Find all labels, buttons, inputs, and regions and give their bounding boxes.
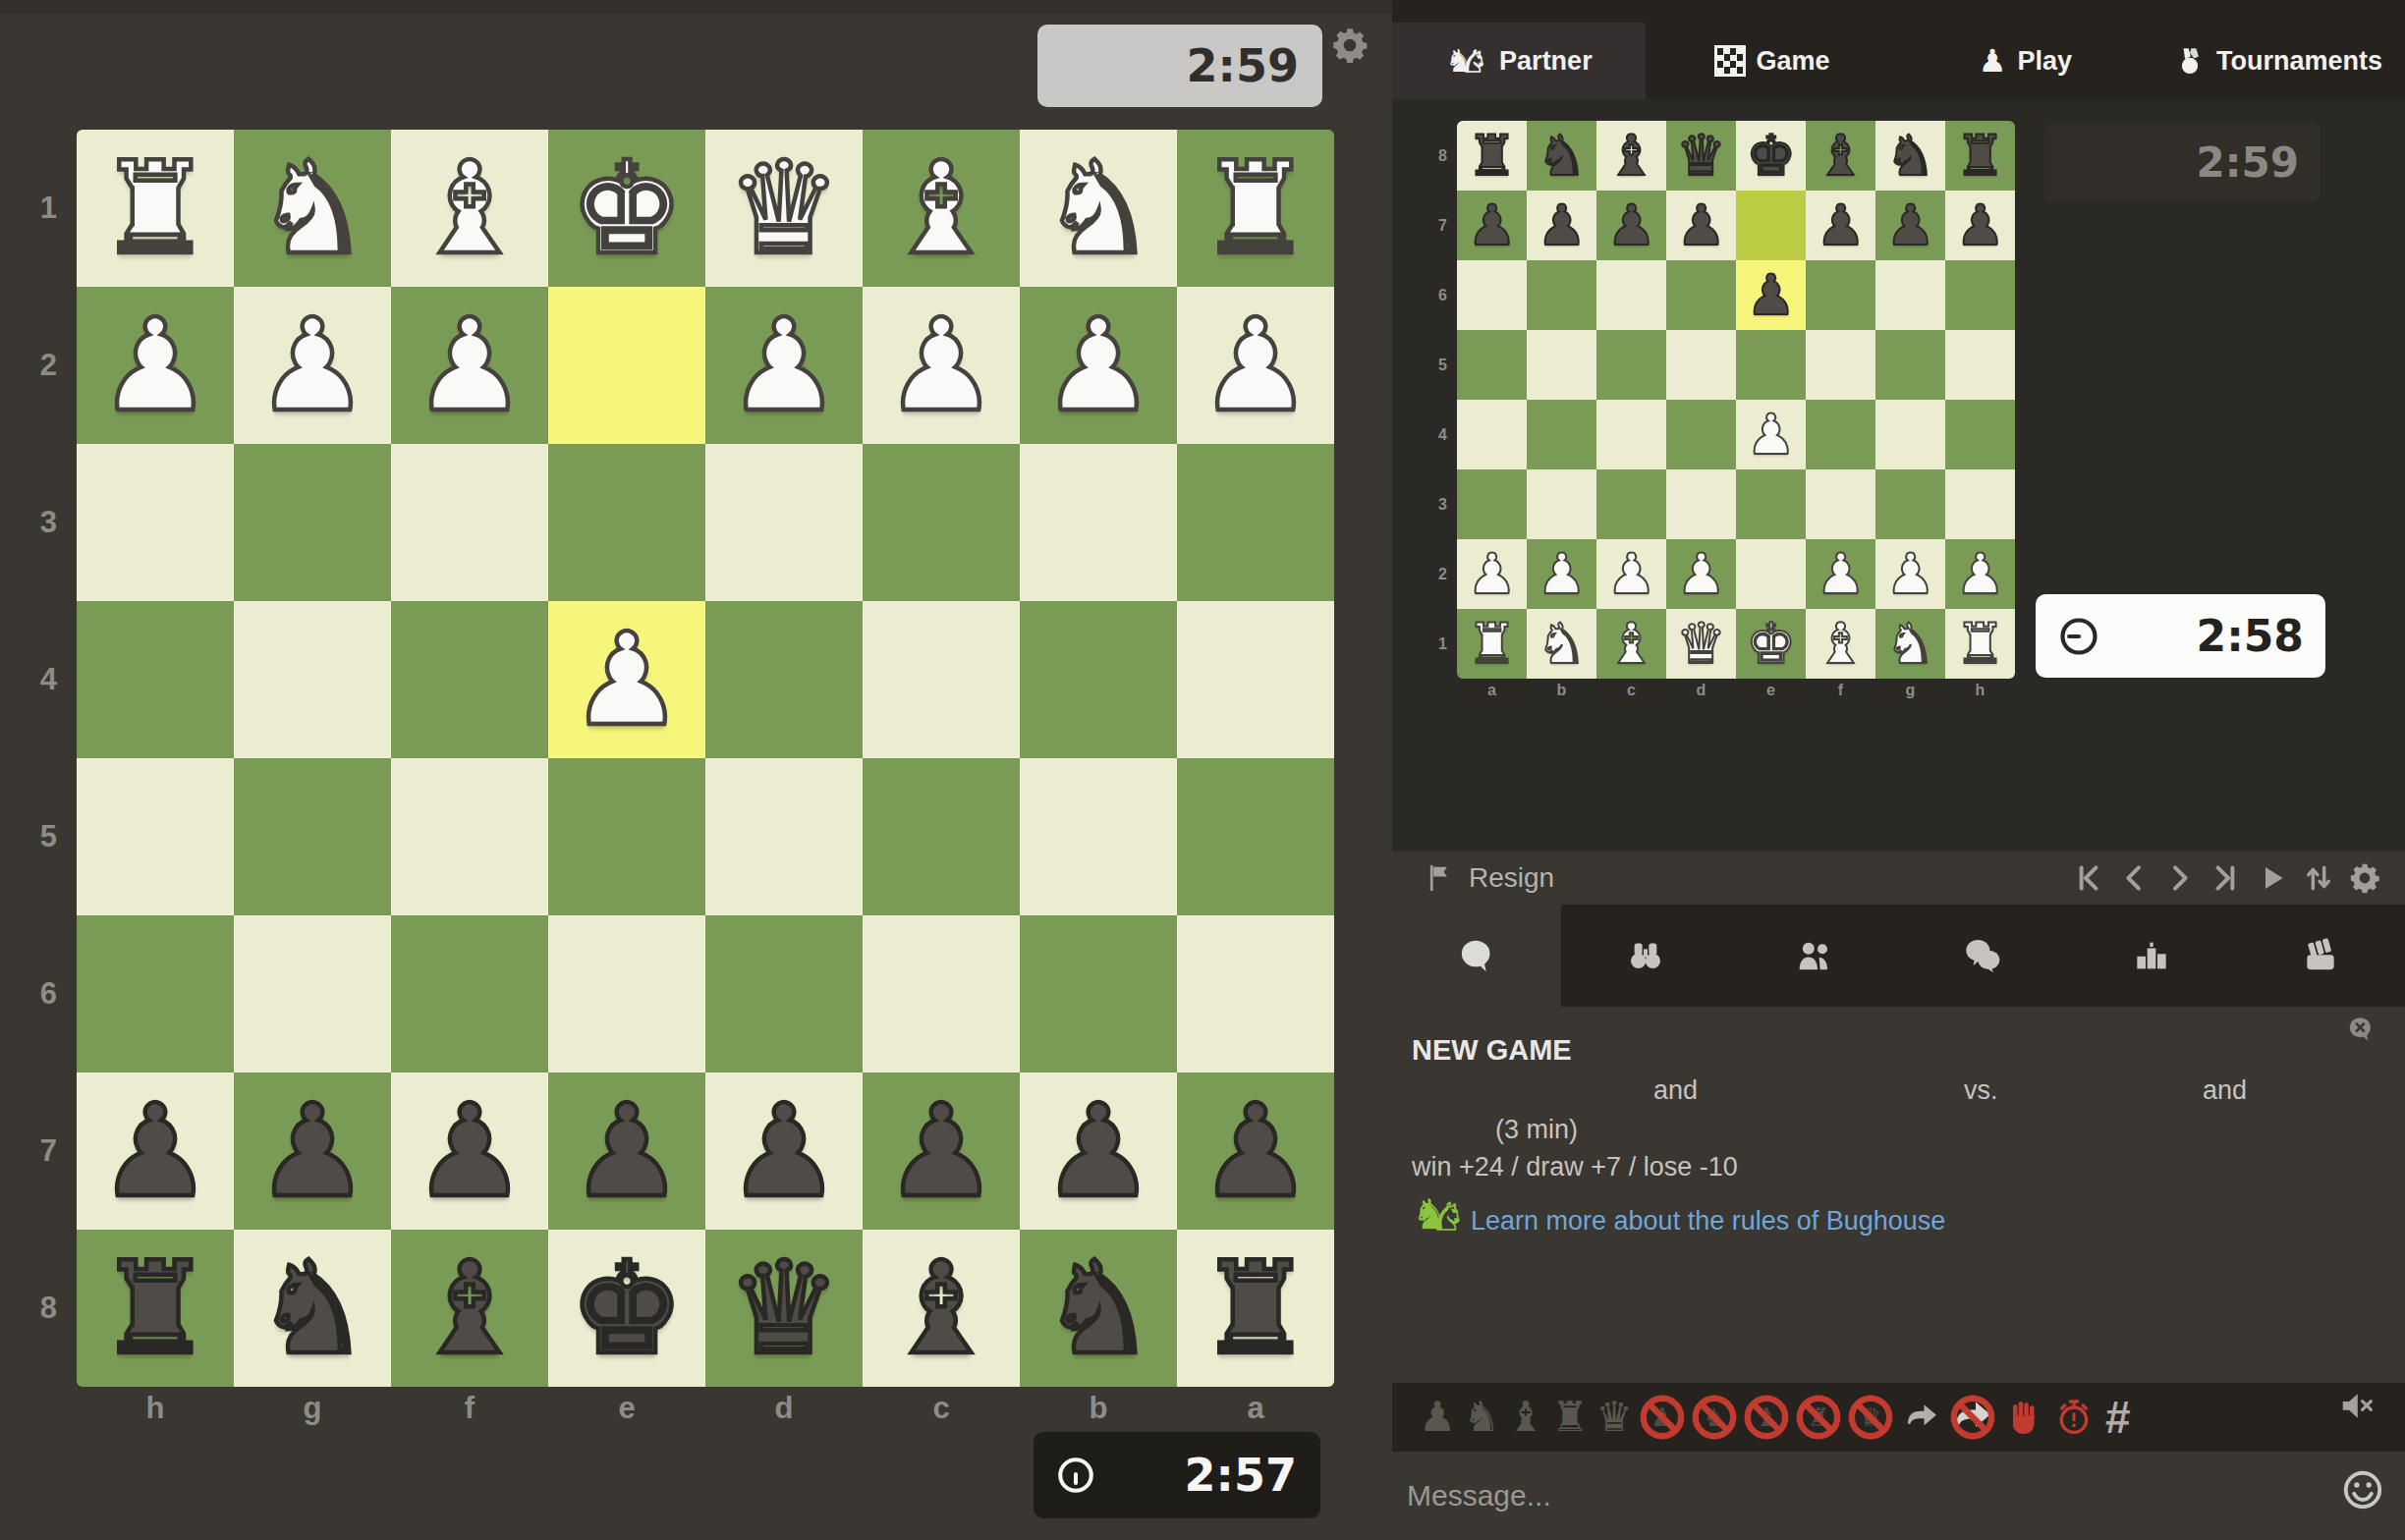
white-pawn: ♟ [98, 302, 213, 429]
square-b7[interactable]: ♟ [1527, 191, 1596, 260]
square-d5[interactable] [1666, 330, 1736, 400]
main-chess-board[interactable]: ♜♞♝♚♛♝♞♜♟♟♟♟♟♟♟♟♟♟♟♟♟♟♟♟♜♞♝♚♛♝♞♜ [77, 130, 1334, 1387]
square-h6[interactable] [1945, 260, 2015, 330]
white-pawn: ♟ [1816, 546, 1866, 602]
square-b6[interactable] [1020, 915, 1177, 1072]
pairing-vs: vs. [1964, 1075, 1998, 1106]
rank-label: 2 [0, 287, 69, 444]
square-d1[interactable]: ♛ [705, 130, 863, 287]
square-g1[interactable]: ♞ [234, 130, 391, 287]
knight-button[interactable]: ♞ [1462, 1392, 1501, 1443]
white-knight: ♞ [255, 144, 370, 272]
square-b7[interactable]: ♟ [1020, 1072, 1177, 1230]
square-a5[interactable] [1457, 330, 1527, 400]
square-a8[interactable]: ♜ [1457, 121, 1527, 191]
square-c2[interactable]: ♟ [1596, 539, 1666, 609]
white-queen: ♛ [1676, 616, 1726, 672]
square-h5[interactable] [77, 758, 234, 915]
rank-label: 4 [0, 601, 69, 758]
black-pawn: ♟ [1955, 197, 2005, 253]
file-label: d [1666, 682, 1736, 705]
black-pawn: ♟ [1746, 267, 1796, 323]
white-pawn: ♟ [570, 616, 685, 743]
square-a1[interactable]: ♜ [1457, 609, 1527, 679]
rank-label: 4 [1425, 400, 1452, 469]
black-bishop: ♝ [413, 1244, 528, 1372]
rank-label: 6 [0, 915, 69, 1072]
black-pawn: ♟ [1537, 197, 1587, 253]
square-g4[interactable] [1875, 400, 1945, 469]
people-icon [1795, 936, 1834, 975]
square-b2[interactable]: ♟ [1020, 287, 1177, 444]
square-a3[interactable] [1177, 444, 1334, 601]
square-d8[interactable]: ♛ [1666, 121, 1736, 191]
chat-tab-chat[interactable] [1392, 905, 1561, 1007]
white-rook: ♜ [1467, 616, 1517, 672]
square-b5[interactable] [1527, 330, 1596, 400]
white-pawn: ♟ [1676, 546, 1726, 602]
square-d7[interactable]: ♟ [1666, 191, 1736, 260]
chat-tab-standings[interactable] [2067, 905, 2236, 1007]
black-pawn: ♟ [727, 1087, 842, 1215]
square-d2[interactable]: ♟ [1666, 539, 1736, 609]
next-move-button[interactable] [2163, 861, 2197, 895]
square-f4[interactable] [1806, 400, 1875, 469]
checkmate-hash-button[interactable]: # [2101, 1395, 2135, 1440]
square-a8[interactable]: ♜ [1177, 1230, 1334, 1387]
rank-label: 7 [0, 1072, 69, 1230]
square-c1[interactable]: ♝ [863, 130, 1020, 287]
running-clock-icon [2057, 615, 2100, 658]
square-c6[interactable] [863, 915, 1020, 1072]
square-h2[interactable]: ♟ [77, 287, 234, 444]
square-g5[interactable] [1875, 330, 1945, 400]
square-d4[interactable] [705, 601, 863, 758]
square-a2[interactable]: ♟ [1457, 539, 1527, 609]
top-band [0, 0, 1392, 14]
square-e8[interactable]: ♚ [548, 1230, 705, 1387]
board-settings-gear-icon[interactable] [1330, 26, 1370, 65]
square-b1[interactable]: ♞ [1527, 609, 1596, 679]
file-label: h [77, 1391, 234, 1434]
square-e7[interactable]: ♟ [548, 1072, 705, 1230]
rank-label: 3 [1425, 469, 1452, 539]
square-h2[interactable]: ♟ [1945, 539, 2015, 609]
time-warning-button[interactable] [2051, 1395, 2097, 1440]
rank-label: 1 [1425, 609, 1452, 679]
pairing-and-2: and [2203, 1075, 2247, 1106]
file-label: g [234, 1391, 391, 1434]
chat-tab-archive[interactable] [2236, 905, 2405, 1007]
square-b8[interactable]: ♞ [1020, 1230, 1177, 1387]
white-rook: ♜ [1199, 144, 1314, 272]
square-e1[interactable]: ♚ [1736, 609, 1806, 679]
bughouse-knights-icon: ♞♞ [1412, 1192, 1463, 1237]
square-e2[interactable] [548, 287, 705, 444]
square-f8[interactable]: ♝ [391, 1230, 548, 1387]
chat-tab-players[interactable] [1730, 905, 1899, 1007]
black-bishop: ♝ [884, 1244, 999, 1372]
square-c5[interactable] [863, 758, 1020, 915]
partner-board-black-clock: 2:59 [2044, 123, 2321, 201]
file-label: b [1020, 1391, 1177, 1434]
square-h7[interactable]: ♟ [1945, 191, 2015, 260]
square-g6[interactable] [234, 915, 391, 1072]
tab-label: Partner [1499, 46, 1593, 77]
square-a6[interactable] [1457, 260, 1527, 330]
square-e1[interactable]: ♚ [548, 130, 705, 287]
no-trades-button[interactable] [1949, 1394, 1996, 1441]
black-knight: ♞ [1885, 128, 1935, 184]
medal-icon [2174, 45, 2206, 77]
square-d8[interactable]: ♛ [705, 1230, 863, 1387]
white-pawn: ♟ [1041, 302, 1156, 429]
no-rook-button[interactable]: ♜ [1795, 1394, 1842, 1441]
square-d3[interactable] [705, 444, 863, 601]
stop-hand-button[interactable] [2001, 1395, 2046, 1440]
square-f3[interactable] [391, 444, 548, 601]
white-pawn: ♟ [727, 302, 842, 429]
file-label: b [1527, 682, 1596, 705]
black-pawn: ♟ [1885, 197, 1935, 253]
black-knight: ♞ [1041, 1244, 1156, 1372]
chat-tab-bar [1392, 905, 2405, 1007]
square-b3[interactable] [1527, 469, 1596, 539]
square-h3[interactable] [1945, 469, 2015, 539]
square-e5[interactable] [548, 758, 705, 915]
white-knight: ♞ [1537, 616, 1587, 672]
square-a1[interactable]: ♜ [1177, 130, 1334, 287]
white-pawn: ♟ [1537, 546, 1587, 602]
square-g2[interactable]: ♟ [234, 287, 391, 444]
square-c7[interactable]: ♟ [1596, 191, 1666, 260]
square-h8[interactable]: ♜ [1945, 121, 2015, 191]
square-d6[interactable] [705, 915, 863, 1072]
square-g1[interactable]: ♞ [1875, 609, 1945, 679]
resign-button[interactable]: Resign [1426, 862, 1554, 894]
file-label: f [1806, 682, 1875, 705]
rank-label: 5 [0, 758, 69, 915]
square-c4[interactable] [1596, 400, 1666, 469]
pawn-icon: ♟ [1979, 45, 2007, 77]
square-c6[interactable] [1596, 260, 1666, 330]
main-board-black-clock: 2:57 [1034, 1432, 1320, 1518]
disable-chat-icon[interactable] [2346, 1015, 2376, 1044]
white-knight: ♞ [1885, 616, 1935, 672]
black-pawn: ♟ [1041, 1087, 1156, 1215]
file-label: c [1596, 682, 1666, 705]
no-knight-button[interactable]: ♞ [1691, 1394, 1738, 1441]
black-pawn: ♟ [1606, 197, 1656, 253]
bishop-button[interactable]: ♝ [1506, 1392, 1545, 1443]
no-queen-button[interactable]: ♛ [1847, 1394, 1894, 1441]
rank-label: 8 [1425, 121, 1452, 191]
checkerboard-icon [1714, 45, 1746, 77]
message-input[interactable] [1405, 1465, 2293, 1526]
square-b4[interactable] [1020, 601, 1177, 758]
square-f1[interactable]: ♝ [1806, 609, 1875, 679]
file-label: e [1736, 682, 1806, 705]
clock-time: 2:58 [2197, 611, 2304, 661]
square-d1[interactable]: ♛ [1666, 609, 1736, 679]
jump-to-start-button[interactable] [2071, 861, 2104, 895]
square-d3[interactable] [1666, 469, 1736, 539]
square-a4[interactable] [1177, 601, 1334, 758]
square-g7[interactable]: ♟ [1875, 191, 1945, 260]
square-b8[interactable]: ♞ [1527, 121, 1596, 191]
square-g2[interactable]: ♟ [1875, 539, 1945, 609]
white-pawn: ♟ [255, 302, 370, 429]
clock-time: 2:57 [1185, 1449, 1297, 1502]
square-b2[interactable]: ♟ [1527, 539, 1596, 609]
square-b3[interactable] [1020, 444, 1177, 601]
square-c2[interactable]: ♟ [863, 287, 1020, 444]
square-f7[interactable]: ♟ [391, 1072, 548, 1230]
white-pawn: ♟ [413, 302, 528, 429]
pawn-button[interactable]: ♟ [1418, 1392, 1457, 1443]
square-f5[interactable] [1806, 330, 1875, 400]
square-f6[interactable] [1806, 260, 1875, 330]
square-e3[interactable] [1736, 469, 1806, 539]
square-a7[interactable]: ♟ [1457, 191, 1527, 260]
black-pawn: ♟ [884, 1087, 999, 1215]
black-queen: ♛ [1676, 128, 1726, 184]
square-e4[interactable]: ♟ [1736, 400, 1806, 469]
square-a6[interactable] [1177, 915, 1334, 1072]
square-f8[interactable]: ♝ [1806, 121, 1875, 191]
square-a5[interactable] [1177, 758, 1334, 915]
square-c1[interactable]: ♝ [1596, 609, 1666, 679]
square-g8[interactable]: ♞ [1875, 121, 1945, 191]
white-rook: ♜ [1955, 616, 2005, 672]
game-controls-bar: Resign [1392, 852, 2405, 905]
black-pawn: ♟ [1816, 197, 1866, 253]
square-h3[interactable] [77, 444, 234, 601]
white-bishop: ♝ [1606, 616, 1656, 672]
tab-game[interactable]: Game [1646, 23, 1899, 99]
square-e2[interactable] [1736, 539, 1806, 609]
file-label: c [863, 1391, 1020, 1434]
black-rook: ♜ [1955, 128, 2005, 184]
white-pawn: ♟ [1606, 546, 1656, 602]
black-bishop: ♝ [1816, 128, 1866, 184]
square-c5[interactable] [1596, 330, 1666, 400]
no-pawn-button[interactable]: ♟ [1639, 1394, 1686, 1441]
square-c8[interactable]: ♝ [1596, 121, 1666, 191]
square-f4[interactable] [391, 601, 548, 758]
tab-label: Tournaments [2216, 46, 2382, 77]
black-queen: ♛ [727, 1244, 842, 1372]
square-h7[interactable]: ♟ [77, 1072, 234, 1230]
square-d4[interactable] [1666, 400, 1736, 469]
flip-board-button[interactable] [2302, 861, 2335, 895]
square-f1[interactable]: ♝ [391, 130, 548, 287]
square-g4[interactable] [234, 601, 391, 758]
partner-board-rank-labels: 87654321 [1425, 121, 1452, 679]
bughouse-quick-chat-tray: ♟ ♞ ♝ ♜ ♛ ♟ ♞ ♝ ♜ ♛ # [1392, 1383, 2405, 1452]
square-a2[interactable]: ♟ [1177, 287, 1334, 444]
chat-tab-rooms[interactable] [1898, 905, 2067, 1007]
white-bishop: ♝ [413, 144, 528, 272]
queen-button[interactable]: ♛ [1594, 1392, 1634, 1443]
file-label: g [1875, 682, 1945, 705]
square-b4[interactable] [1527, 400, 1596, 469]
square-e5[interactable] [1736, 330, 1806, 400]
rank-label: 3 [0, 444, 69, 601]
square-a7[interactable]: ♟ [1177, 1072, 1334, 1230]
file-label: e [548, 1391, 705, 1434]
square-e8[interactable]: ♚ [1736, 121, 1806, 191]
square-f7[interactable]: ♟ [1806, 191, 1875, 260]
black-rook: ♜ [98, 1244, 213, 1372]
square-a3[interactable] [1457, 469, 1527, 539]
white-pawn: ♟ [1199, 302, 1314, 429]
file-label: h [1945, 682, 2015, 705]
black-knight: ♞ [1537, 128, 1587, 184]
main-board-rank-labels: 12345678 [0, 130, 69, 1387]
square-c3[interactable] [863, 444, 1020, 601]
chat-bubbles-icon [1963, 936, 2002, 975]
square-f2[interactable]: ♟ [391, 287, 548, 444]
partner-chess-board[interactable]: ♜♞♝♛♚♝♞♜♟♟♟♟♟♟♟♟♟♟♟♟♟♟♟♟♜♞♝♛♚♝♞♜ [1457, 121, 2015, 679]
white-pawn: ♟ [1955, 546, 2005, 602]
emoji-smiley-icon[interactable] [2340, 1467, 2385, 1512]
running-clock-icon [1055, 1455, 1096, 1496]
tab-tournaments[interactable]: Tournaments [2152, 23, 2405, 99]
tab-partner[interactable]: ♞♞ Partner [1392, 23, 1646, 99]
black-pawn: ♟ [1467, 197, 1517, 253]
square-h1[interactable]: ♜ [77, 130, 234, 287]
autoplay-button[interactable] [2256, 861, 2289, 895]
rank-label: 7 [1425, 191, 1452, 260]
square-h4[interactable] [1945, 400, 2015, 469]
chat-tab-watch[interactable] [1561, 905, 1730, 1007]
resign-flag-icon [1426, 863, 1455, 893]
pairing-and-1: and [1653, 1075, 1698, 1106]
resign-label: Resign [1469, 862, 1554, 894]
square-e7[interactable] [1736, 191, 1806, 260]
square-f6[interactable] [391, 915, 548, 1072]
square-a4[interactable] [1457, 400, 1527, 469]
settings-gear-icon[interactable] [2348, 861, 2381, 895]
square-e6[interactable]: ♟ [1736, 260, 1806, 330]
square-c3[interactable] [1596, 469, 1666, 539]
white-king: ♚ [1746, 616, 1796, 672]
black-rook: ♜ [1199, 1244, 1314, 1372]
square-g3[interactable] [1875, 469, 1945, 539]
black-pawn: ♟ [1676, 197, 1726, 253]
rank-label: 8 [0, 1230, 69, 1387]
black-knight: ♞ [255, 1244, 370, 1372]
bughouse-rules-link[interactable]: Learn more about the rules of Bughouse [1471, 1206, 1945, 1237]
square-b5[interactable] [1020, 758, 1177, 915]
square-f3[interactable] [1806, 469, 1875, 539]
square-g6[interactable] [1875, 260, 1945, 330]
sound-muted-icon[interactable] [2338, 1387, 2376, 1424]
square-g7[interactable]: ♟ [234, 1072, 391, 1230]
trade-arrow-button[interactable] [1899, 1395, 1944, 1440]
square-f2[interactable]: ♟ [1806, 539, 1875, 609]
square-d7[interactable]: ♟ [705, 1072, 863, 1230]
main-board-file-labels: hgfedcba [77, 1387, 1334, 1434]
rank-label: 5 [1425, 330, 1452, 400]
partner-knights-icon: ♞♞ [1445, 44, 1488, 78]
tab-play[interactable]: ♟ Play [1899, 23, 2153, 99]
new-game-heading: NEW GAME [1412, 1034, 1572, 1067]
square-b1[interactable]: ♞ [1020, 130, 1177, 287]
square-c4[interactable] [863, 601, 1020, 758]
square-b6[interactable] [1527, 260, 1596, 330]
square-h1[interactable]: ♜ [1945, 609, 2015, 679]
white-pawn: ♟ [1467, 546, 1517, 602]
square-c7[interactable]: ♟ [863, 1072, 1020, 1230]
black-rook: ♜ [1467, 128, 1517, 184]
partner-board-file-labels: abcdefgh [1457, 679, 2015, 705]
white-queen: ♛ [727, 144, 842, 272]
white-bishop: ♝ [1816, 616, 1866, 672]
square-g3[interactable] [234, 444, 391, 601]
rank-label: 1 [0, 130, 69, 287]
square-g8[interactable]: ♞ [234, 1230, 391, 1387]
black-bishop: ♝ [1606, 128, 1656, 184]
black-king: ♚ [570, 1244, 685, 1372]
white-king: ♚ [570, 144, 685, 272]
file-label: f [391, 1391, 548, 1434]
bughouse-game-page: 2:59 12345678 ♜♞♝♚♛♝♞♜♟♟♟♟♟♟♟♟♟♟♟♟♟♟♟♟♜♞… [0, 0, 2405, 1540]
square-g5[interactable] [234, 758, 391, 915]
square-f5[interactable] [391, 758, 548, 915]
previous-move-button[interactable] [2117, 861, 2151, 895]
podium-icon [2132, 936, 2171, 975]
black-pawn: ♟ [570, 1087, 685, 1215]
tab-label: Play [2017, 46, 2072, 77]
square-h4[interactable] [77, 601, 234, 758]
square-d2[interactable]: ♟ [705, 287, 863, 444]
black-pawn: ♟ [1199, 1087, 1314, 1215]
black-pawn: ♟ [98, 1087, 213, 1215]
jump-to-end-button[interactable] [2209, 861, 2243, 895]
square-c8[interactable]: ♝ [863, 1230, 1020, 1387]
square-d6[interactable] [1666, 260, 1736, 330]
tab-label: Game [1757, 46, 1830, 77]
binoculars-icon [1626, 936, 1665, 975]
square-h5[interactable] [1945, 330, 2015, 400]
square-e3[interactable] [548, 444, 705, 601]
file-label: a [1457, 682, 1527, 705]
white-pawn: ♟ [1885, 546, 1935, 602]
square-d5[interactable] [705, 758, 863, 915]
no-bishop-button[interactable]: ♝ [1743, 1394, 1790, 1441]
square-h8[interactable]: ♜ [77, 1230, 234, 1387]
clock-time: 2:59 [1187, 39, 1299, 92]
file-label: a [1177, 1391, 1334, 1434]
rank-label: 2 [1425, 539, 1452, 609]
partner-board-white-clock: 2:58 [2036, 594, 2325, 678]
white-bishop: ♝ [884, 144, 999, 272]
white-knight: ♞ [1041, 144, 1156, 272]
rating-change-line: win +24 / draw +7 / lose -10 [1412, 1152, 1738, 1182]
square-h6[interactable] [77, 915, 234, 1072]
black-pawn: ♟ [413, 1087, 528, 1215]
rook-button[interactable]: ♜ [1550, 1392, 1590, 1443]
black-pawn: ♟ [255, 1087, 370, 1215]
speech-bubble-icon [1457, 936, 1496, 975]
black-king: ♚ [1746, 128, 1796, 184]
white-rook: ♜ [98, 144, 213, 272]
square-e4[interactable]: ♟ [548, 601, 705, 758]
main-board-white-clock: 2:59 [1037, 25, 1322, 107]
square-e6[interactable] [548, 915, 705, 1072]
